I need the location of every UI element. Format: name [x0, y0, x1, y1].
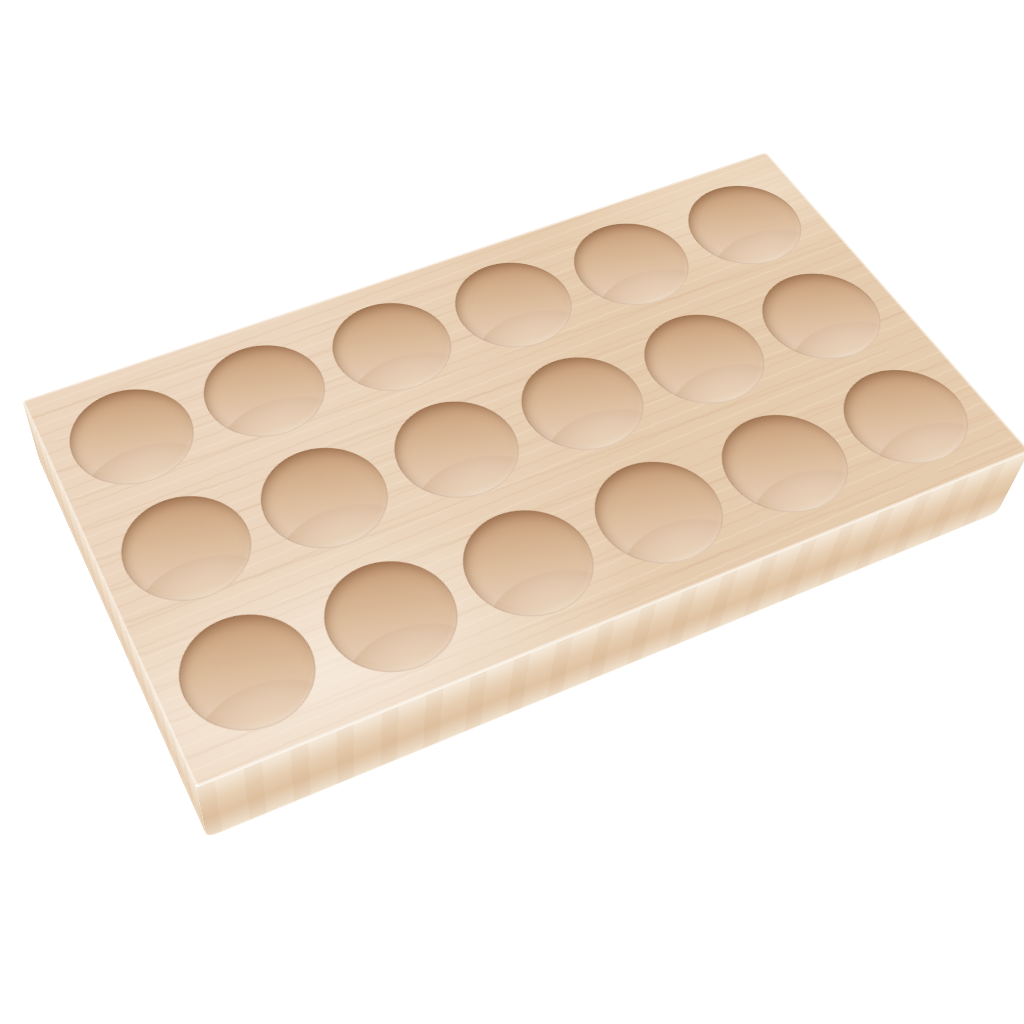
pit-r1-c3[interactable] — [313, 289, 471, 406]
pit-r1-c6[interactable] — [667, 174, 822, 278]
scene — [0, 0, 1024, 1024]
pit-r3-c1[interactable] — [160, 596, 338, 750]
pit-r2-c4[interactable] — [501, 343, 667, 466]
pit-r2-c3[interactable] — [374, 387, 540, 515]
pit-r3-c3[interactable] — [441, 494, 617, 635]
photo-background — [0, 0, 1024, 1024]
pit-r2-c6[interactable] — [740, 261, 904, 375]
pit-r3-c4[interactable] — [572, 446, 747, 581]
mancala-board — [40, 217, 998, 836]
pit-r1-c5[interactable] — [554, 211, 710, 319]
pit-r1-c1[interactable] — [53, 374, 212, 501]
pit-r1-c2[interactable] — [186, 331, 344, 453]
pit-r3-c2[interactable] — [303, 544, 480, 692]
pit-r2-c1[interactable] — [104, 480, 272, 619]
pit-r2-c2[interactable] — [242, 432, 409, 566]
pit-r1-c4[interactable] — [436, 249, 593, 361]
